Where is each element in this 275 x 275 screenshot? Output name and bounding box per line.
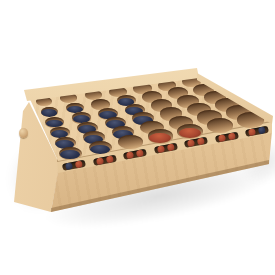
disc-blue	[60, 150, 80, 159]
connect-four-box-photo	[0, 0, 275, 275]
disc-red	[179, 128, 202, 138]
stored-disc-red	[217, 133, 226, 142]
hole-r6c5	[177, 124, 203, 139]
disc-blue	[41, 109, 56, 116]
stored-disc-red	[227, 132, 236, 141]
hole-r3c1	[45, 117, 64, 128]
hole-r6c3	[118, 135, 142, 149]
disc-red	[149, 133, 171, 143]
hole-r6c1	[59, 147, 82, 160]
sliding-lid-knob	[19, 128, 28, 138]
hole-r2c1	[41, 107, 58, 117]
disc-blue	[90, 145, 111, 155]
stored-disc-red	[105, 154, 114, 163]
hole-r6c4	[148, 129, 173, 143]
stored-disc-red	[95, 156, 104, 165]
